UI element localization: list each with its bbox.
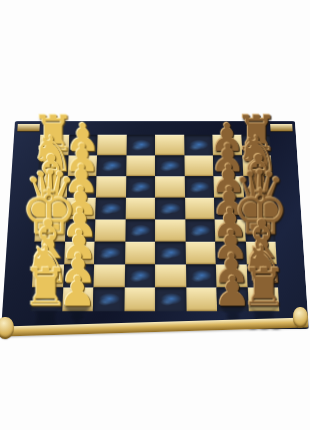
square-r3c5[interactable] bbox=[155, 176, 185, 197]
square-r6c3[interactable] bbox=[94, 242, 125, 265]
square-r2c5[interactable] bbox=[155, 155, 184, 176]
square-r5c3[interactable] bbox=[95, 219, 125, 241]
square-r8c6[interactable] bbox=[186, 288, 217, 312]
square-r8c4[interactable] bbox=[124, 288, 155, 312]
square-r7c5[interactable] bbox=[155, 264, 186, 287]
square-r5c4[interactable] bbox=[125, 219, 155, 241]
square-r2c4[interactable] bbox=[126, 155, 155, 176]
square-r6c5[interactable] bbox=[155, 242, 185, 265]
piece-black-rook[interactable]: ♜ bbox=[240, 263, 287, 311]
square-r7c6[interactable] bbox=[185, 264, 216, 287]
square-r7c4[interactable] bbox=[124, 264, 155, 287]
square-r7c3[interactable] bbox=[93, 264, 124, 287]
square-r5c5[interactable] bbox=[155, 219, 185, 241]
square-r2c6[interactable] bbox=[184, 155, 214, 176]
chessboard: ♜♟♟♜♞♟♟♞♝♟♟♝♛♟♟♛♚♟♟♚♝♟♟♝♞♟♟♞♜♜♟♟♟♟♜♜ bbox=[1, 121, 309, 329]
square-r8c8[interactable]: ♜♜ bbox=[247, 288, 279, 312]
square-r8c5[interactable] bbox=[155, 288, 186, 312]
product-photo-chess-set: ♜♟♟♜♞♟♟♞♝♟♟♝♛♟♟♛♚♟♟♚♝♟♟♝♞♟♟♞♜♜♟♟♟♟♜♜ bbox=[0, 0, 310, 430]
board-grid: ♜♟♟♜♞♟♟♞♝♟♟♝♛♟♟♛♚♟♟♚♝♟♟♝♞♟♟♞♜♜♟♟♟♟♜♜ bbox=[31, 135, 280, 311]
square-r6c6[interactable] bbox=[185, 242, 216, 265]
square-r8c3[interactable] bbox=[93, 288, 124, 312]
square-r8c1[interactable]: ♜♜ bbox=[31, 288, 63, 312]
square-r3c3[interactable] bbox=[96, 176, 126, 197]
square-r3c4[interactable] bbox=[125, 176, 155, 197]
square-r5c6[interactable] bbox=[185, 219, 215, 241]
piece-white-rook[interactable]: ♜ bbox=[23, 263, 70, 311]
square-r3c6[interactable] bbox=[184, 176, 214, 197]
square-r6c4[interactable] bbox=[125, 242, 155, 265]
square-r2c3[interactable] bbox=[96, 155, 126, 176]
